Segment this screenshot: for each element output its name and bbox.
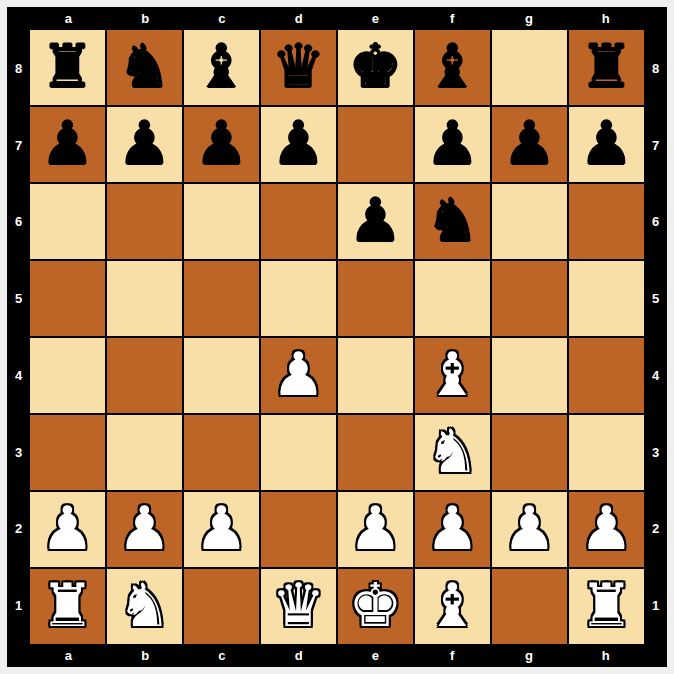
square-b8[interactable]: ♞ [107,30,182,105]
square-c4[interactable] [184,338,259,413]
square-h1[interactable]: ♜ [569,569,644,644]
rank-labels-right: 87654321 [644,30,667,644]
file-label-e: e [337,7,414,30]
square-e5[interactable] [338,261,413,336]
piece-white-king[interactable]: ♚ [349,575,403,635]
square-f4[interactable]: ♝ [415,338,490,413]
piece-white-pawn[interactable]: ♟ [272,344,326,404]
piece-black-pawn[interactable]: ♟ [195,113,249,173]
rank-label-3: 3 [7,414,30,491]
piece-black-pawn[interactable]: ♟ [426,113,480,173]
rank-label-3: 3 [644,414,667,491]
square-a3[interactable] [30,415,105,490]
square-c7[interactable]: ♟ [184,107,259,182]
square-c5[interactable] [184,261,259,336]
square-e8[interactable]: ♚ [338,30,413,105]
square-g7[interactable]: ♟ [492,107,567,182]
rank-label-5: 5 [7,260,30,337]
square-c1[interactable] [184,569,259,644]
rank-label-7: 7 [644,107,667,184]
square-a1[interactable]: ♜ [30,569,105,644]
square-h7[interactable]: ♟ [569,107,644,182]
piece-black-knight[interactable]: ♞ [118,36,172,96]
square-b1[interactable]: ♞ [107,569,182,644]
piece-black-pawn[interactable]: ♟ [41,113,95,173]
file-label-a: a [30,7,107,30]
square-a8[interactable]: ♜ [30,30,105,105]
square-h8[interactable]: ♜ [569,30,644,105]
square-f2[interactable]: ♟ [415,492,490,567]
rank-label-6: 6 [7,184,30,261]
square-b4[interactable] [107,338,182,413]
square-a6[interactable] [30,184,105,259]
square-d3[interactable] [261,415,336,490]
rank-label-8: 8 [644,30,667,107]
rank-label-4: 4 [644,337,667,414]
piece-black-bishop[interactable]: ♝ [195,36,249,96]
square-b6[interactable] [107,184,182,259]
file-label-c: c [184,7,261,30]
square-f3[interactable]: ♞ [415,415,490,490]
piece-white-pawn[interactable]: ♟ [195,498,249,558]
square-h3[interactable] [569,415,644,490]
square-g2[interactable]: ♟ [492,492,567,567]
square-h2[interactable]: ♟ [569,492,644,567]
piece-white-pawn[interactable]: ♟ [349,498,403,558]
file-label-f: f [414,7,491,30]
square-f1[interactable]: ♝ [415,569,490,644]
square-d2[interactable] [261,492,336,567]
file-label-b: b [107,7,184,30]
square-f8[interactable]: ♝ [415,30,490,105]
piece-white-queen[interactable]: ♛ [272,575,326,635]
file-label-g: g [491,644,568,667]
square-h4[interactable] [569,338,644,413]
square-a4[interactable] [30,338,105,413]
square-b7[interactable]: ♟ [107,107,182,182]
square-e2[interactable]: ♟ [338,492,413,567]
piece-white-pawn[interactable]: ♟ [426,498,480,558]
square-g1[interactable] [492,569,567,644]
file-label-h: h [567,644,644,667]
file-label-c: c [184,644,261,667]
square-c3[interactable] [184,415,259,490]
square-f7[interactable]: ♟ [415,107,490,182]
rank-label-2: 2 [644,491,667,568]
piece-white-pawn[interactable]: ♟ [503,498,557,558]
square-c2[interactable]: ♟ [184,492,259,567]
square-a7[interactable]: ♟ [30,107,105,182]
rank-label-8: 8 [7,30,30,107]
rank-label-4: 4 [7,337,30,414]
piece-black-pawn[interactable]: ♟ [118,113,172,173]
square-f6[interactable]: ♞ [415,184,490,259]
square-d8[interactable]: ♛ [261,30,336,105]
file-label-f: f [414,644,491,667]
piece-black-pawn[interactable]: ♟ [272,113,326,173]
rank-labels-left: 87654321 [7,30,30,644]
piece-black-knight[interactable]: ♞ [426,190,480,250]
square-b3[interactable] [107,415,182,490]
square-g8[interactable] [492,30,567,105]
piece-black-pawn[interactable]: ♟ [580,113,634,173]
file-label-b: b [107,644,184,667]
file-labels-top: abcdefgh [30,7,644,30]
piece-white-pawn[interactable]: ♟ [580,498,634,558]
rank-label-6: 6 [644,184,667,261]
square-d4[interactable]: ♟ [261,338,336,413]
piece-black-pawn[interactable]: ♟ [349,190,403,250]
piece-black-queen[interactable]: ♛ [272,36,326,96]
square-a5[interactable] [30,261,105,336]
piece-white-rook[interactable]: ♜ [580,575,634,635]
piece-black-rook[interactable]: ♜ [41,36,95,96]
file-labels-bottom: abcdefgh [30,644,644,667]
square-d6[interactable] [261,184,336,259]
square-a2[interactable]: ♟ [30,492,105,567]
piece-black-rook[interactable]: ♜ [580,36,634,96]
square-e7[interactable] [338,107,413,182]
square-e6[interactable]: ♟ [338,184,413,259]
square-c8[interactable]: ♝ [184,30,259,105]
rank-label-1: 1 [644,567,667,644]
square-g3[interactable] [492,415,567,490]
file-label-a: a [30,644,107,667]
chess-board: abcdefgh 87654321 ♜♞♝♛♚♝♜♟♟♟♟♟♟♟♟♞♟♝♞♟♟♟… [7,7,667,667]
file-label-h: h [567,7,644,30]
rank-label-1: 1 [7,567,30,644]
square-f5[interactable] [415,261,490,336]
rank-label-5: 5 [644,260,667,337]
piece-white-rook[interactable]: ♜ [41,575,95,635]
rank-label-7: 7 [7,107,30,184]
square-e3[interactable] [338,415,413,490]
square-d5[interactable] [261,261,336,336]
square-b2[interactable]: ♟ [107,492,182,567]
square-d7[interactable]: ♟ [261,107,336,182]
square-b5[interactable] [107,261,182,336]
square-h6[interactable] [569,184,644,259]
piece-black-king[interactable]: ♚ [349,36,403,96]
piece-white-pawn[interactable]: ♟ [41,498,95,558]
piece-white-bishop[interactable]: ♝ [426,344,480,404]
square-h5[interactable] [569,261,644,336]
piece-white-bishop[interactable]: ♝ [426,575,480,635]
piece-black-bishop[interactable]: ♝ [426,36,480,96]
square-g6[interactable] [492,184,567,259]
file-label-d: d [260,644,337,667]
board-squares: ♜♞♝♛♚♝♜♟♟♟♟♟♟♟♟♞♟♝♞♟♟♟♟♟♟♟♜♞♛♚♝♜ [30,30,644,644]
piece-white-knight[interactable]: ♞ [426,421,480,481]
piece-black-pawn[interactable]: ♟ [503,113,557,173]
square-e4[interactable] [338,338,413,413]
square-g4[interactable] [492,338,567,413]
file-label-e: e [337,644,414,667]
square-c6[interactable] [184,184,259,259]
square-e1[interactable]: ♚ [338,569,413,644]
file-label-d: d [260,7,337,30]
rank-label-2: 2 [7,491,30,568]
square-d1[interactable]: ♛ [261,569,336,644]
piece-white-knight[interactable]: ♞ [118,575,172,635]
square-g5[interactable] [492,261,567,336]
file-label-g: g [491,7,568,30]
piece-white-pawn[interactable]: ♟ [118,498,172,558]
